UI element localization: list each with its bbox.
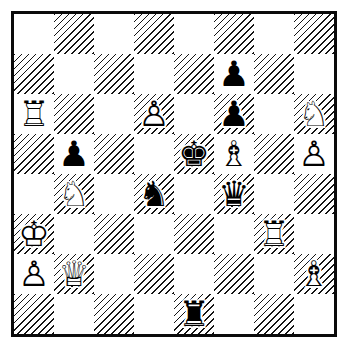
piece-outline-layer: ♙ bbox=[294, 134, 334, 174]
black-queen-f4: ♛ bbox=[214, 174, 254, 214]
square-b5: ♟ bbox=[54, 134, 94, 174]
square-e6 bbox=[174, 94, 214, 134]
black-king-e5: ♚ bbox=[174, 134, 214, 174]
square-b3 bbox=[54, 214, 94, 254]
square-g6 bbox=[254, 94, 294, 134]
square-b2: ♛♕ bbox=[54, 254, 94, 294]
square-c8 bbox=[94, 14, 134, 54]
piece-fill-layer: ♚ bbox=[14, 214, 54, 254]
square-f7: ♟ bbox=[214, 54, 254, 94]
square-a7 bbox=[14, 54, 54, 94]
white-bishop-f5: ♝♗ bbox=[214, 134, 254, 174]
square-c6 bbox=[94, 94, 134, 134]
square-c2 bbox=[94, 254, 134, 294]
square-e4 bbox=[174, 174, 214, 214]
piece-fill-layer: ♜ bbox=[14, 94, 54, 134]
square-d2 bbox=[134, 254, 174, 294]
square-e3 bbox=[174, 214, 214, 254]
square-c7 bbox=[94, 54, 134, 94]
black-pawn-f6: ♟ bbox=[214, 94, 254, 134]
square-h4 bbox=[294, 174, 334, 214]
square-g7 bbox=[254, 54, 294, 94]
square-c3 bbox=[94, 214, 134, 254]
piece-outline-layer: ♗ bbox=[294, 254, 334, 294]
square-a6: ♜♖ bbox=[14, 94, 54, 134]
square-e8 bbox=[174, 14, 214, 54]
square-g1 bbox=[254, 294, 294, 334]
square-d3 bbox=[134, 214, 174, 254]
square-c4 bbox=[94, 174, 134, 214]
square-b6 bbox=[54, 94, 94, 134]
square-b8 bbox=[54, 14, 94, 54]
piece-fill-layer: ♛ bbox=[54, 254, 94, 294]
white-knight-b4: ♞♘ bbox=[54, 174, 94, 214]
piece-fill-layer: ♝ bbox=[214, 134, 254, 174]
square-c5 bbox=[94, 134, 134, 174]
piece-fill-layer: ♝ bbox=[294, 254, 334, 294]
square-d5 bbox=[134, 134, 174, 174]
piece-outline-layer: ♔ bbox=[14, 214, 54, 254]
square-f2 bbox=[214, 254, 254, 294]
piece-fill-layer: ♟ bbox=[54, 134, 94, 174]
square-e5: ♚ bbox=[174, 134, 214, 174]
piece-fill-layer: ♟ bbox=[214, 94, 254, 134]
square-a4 bbox=[14, 174, 54, 214]
square-a2: ♟♙ bbox=[14, 254, 54, 294]
square-h3 bbox=[294, 214, 334, 254]
square-b1 bbox=[54, 294, 94, 334]
square-f3 bbox=[214, 214, 254, 254]
piece-outline-layer: ♖ bbox=[254, 214, 294, 254]
square-d1 bbox=[134, 294, 174, 334]
white-pawn-d6: ♟♙ bbox=[134, 94, 174, 134]
chess-board: ♟♜♖♟♙♟♞♘♟♚♝♗♟♙♞♘♞♛♚♔♜♖♟♙♛♕♝♗♜ bbox=[11, 11, 337, 337]
piece-outline-layer: ♙ bbox=[134, 94, 174, 134]
square-d8 bbox=[134, 14, 174, 54]
square-h5: ♟♙ bbox=[294, 134, 334, 174]
chess-diagram-page: ♟♜♖♟♙♟♞♘♟♚♝♗♟♙♞♘♞♛♚♔♜♖♟♙♛♕♝♗♜ bbox=[0, 0, 350, 350]
square-f1 bbox=[214, 294, 254, 334]
white-pawn-a2: ♟♙ bbox=[14, 254, 54, 294]
square-c1 bbox=[94, 294, 134, 334]
square-g2 bbox=[254, 254, 294, 294]
piece-outline-layer: ♙ bbox=[14, 254, 54, 294]
piece-fill-layer: ♟ bbox=[134, 94, 174, 134]
square-h1 bbox=[294, 294, 334, 334]
square-e2 bbox=[174, 254, 214, 294]
piece-fill-layer: ♟ bbox=[14, 254, 54, 294]
white-pawn-h5: ♟♙ bbox=[294, 134, 334, 174]
white-bishop-h2: ♝♗ bbox=[294, 254, 334, 294]
piece-outline-layer: ♖ bbox=[14, 94, 54, 134]
square-d7 bbox=[134, 54, 174, 94]
square-h6: ♞♘ bbox=[294, 94, 334, 134]
white-rook-a6: ♜♖ bbox=[14, 94, 54, 134]
square-g8 bbox=[254, 14, 294, 54]
square-h8 bbox=[294, 14, 334, 54]
square-e7 bbox=[174, 54, 214, 94]
square-a3: ♚♔ bbox=[14, 214, 54, 254]
white-queen-b2: ♛♕ bbox=[54, 254, 94, 294]
white-rook-g3: ♜♖ bbox=[254, 214, 294, 254]
square-h7 bbox=[294, 54, 334, 94]
square-g4 bbox=[254, 174, 294, 214]
piece-fill-layer: ♟ bbox=[214, 54, 254, 94]
piece-fill-layer: ♜ bbox=[174, 294, 214, 334]
piece-outline-layer: ♘ bbox=[54, 174, 94, 214]
piece-fill-layer: ♞ bbox=[294, 94, 334, 134]
black-knight-d4: ♞ bbox=[134, 174, 174, 214]
square-a8 bbox=[14, 14, 54, 54]
square-f5: ♝♗ bbox=[214, 134, 254, 174]
piece-fill-layer: ♞ bbox=[134, 174, 174, 214]
square-f6: ♟ bbox=[214, 94, 254, 134]
square-b4: ♞♘ bbox=[54, 174, 94, 214]
square-a1 bbox=[14, 294, 54, 334]
black-rook-e1: ♜ bbox=[174, 294, 214, 334]
piece-fill-layer: ♛ bbox=[214, 174, 254, 214]
piece-fill-layer: ♜ bbox=[254, 214, 294, 254]
piece-outline-layer: ♘ bbox=[294, 94, 334, 134]
square-g3: ♜♖ bbox=[254, 214, 294, 254]
square-d4: ♞ bbox=[134, 174, 174, 214]
square-f8 bbox=[214, 14, 254, 54]
piece-fill-layer: ♟ bbox=[294, 134, 334, 174]
square-h2: ♝♗ bbox=[294, 254, 334, 294]
piece-fill-layer: ♚ bbox=[174, 134, 214, 174]
piece-outline-layer: ♕ bbox=[54, 254, 94, 294]
white-king-a3: ♚♔ bbox=[14, 214, 54, 254]
square-d6: ♟♙ bbox=[134, 94, 174, 134]
piece-outline-layer: ♗ bbox=[214, 134, 254, 174]
piece-fill-layer: ♞ bbox=[54, 174, 94, 214]
square-b7 bbox=[54, 54, 94, 94]
black-pawn-f7: ♟ bbox=[214, 54, 254, 94]
square-a5 bbox=[14, 134, 54, 174]
square-g5 bbox=[254, 134, 294, 174]
square-f4: ♛ bbox=[214, 174, 254, 214]
black-pawn-b5: ♟ bbox=[54, 134, 94, 174]
square-e1: ♜ bbox=[174, 294, 214, 334]
white-knight-h6: ♞♘ bbox=[294, 94, 334, 134]
